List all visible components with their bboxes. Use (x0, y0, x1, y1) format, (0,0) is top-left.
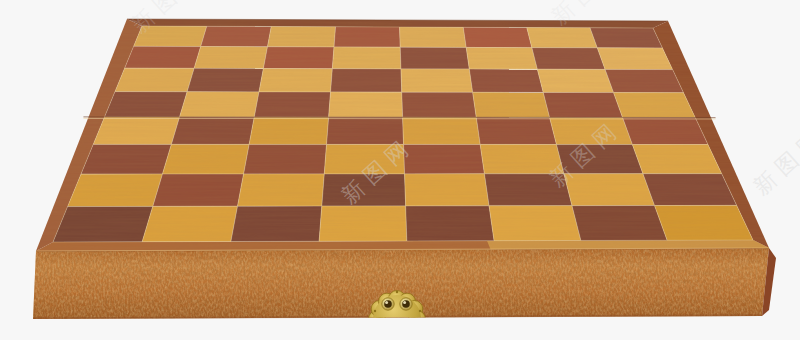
clasp-knob-hole (402, 300, 410, 308)
clasp-knob-highlight (385, 301, 388, 304)
screenshot-root: 新图网新图网新图网新图网新图网 (0, 0, 800, 340)
clasp-knob-hole (384, 300, 392, 308)
chessboard-photo: 新图网新图网新图网新图网新图网 (0, 0, 800, 340)
clasp-knob-highlight (403, 301, 406, 304)
clasp-nail (374, 310, 376, 312)
clasp-nail (419, 310, 421, 312)
clasp-nail (396, 291, 398, 293)
